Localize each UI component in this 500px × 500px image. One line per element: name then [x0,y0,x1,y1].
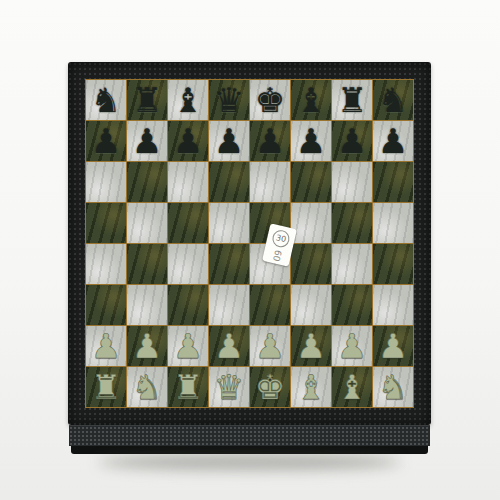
square-g7[interactable]: ♟ [332,121,372,161]
board-frame: ♞♜♝♛♚♝♜♞♟♟♟♟♟♟♟♟♟♟♟♟♟♟♟♟♜♞♜♛♚♝♝♞ [68,62,431,425]
square-d1[interactable]: ♛ [209,367,249,407]
square-b3[interactable] [127,285,167,325]
black-pawn-f7: ♟ [296,124,326,158]
square-c4[interactable] [168,244,208,284]
square-d2[interactable]: ♟ [209,326,249,366]
lot-sticker-side-number: 60 [271,249,283,262]
white-pawn-b2: ♟ [132,329,162,363]
square-b8[interactable]: ♜ [127,80,167,120]
square-h3[interactable] [373,285,413,325]
white-pawn-g2: ♟ [337,329,367,363]
square-f1[interactable]: ♝ [291,367,331,407]
black-rook-b8: ♜ [132,83,162,117]
square-d8[interactable]: ♛ [209,80,249,120]
white-pawn-a2: ♟ [91,329,121,363]
square-h5[interactable] [373,203,413,243]
white-queen-d1: ♛ [214,370,244,404]
square-c1[interactable]: ♜ [168,367,208,407]
square-c3[interactable] [168,285,208,325]
white-rook-a1: ♜ [91,370,121,404]
square-g5[interactable] [332,203,372,243]
square-d7[interactable]: ♟ [209,121,249,161]
square-h6[interactable] [373,162,413,202]
square-a8[interactable]: ♞ [86,80,126,120]
square-b5[interactable] [127,203,167,243]
square-f4[interactable] [291,244,331,284]
black-pawn-c7: ♟ [173,124,203,158]
board-plinth [69,425,430,446]
square-f3[interactable] [291,285,331,325]
square-f7[interactable]: ♟ [291,121,331,161]
white-knight-h1: ♞ [378,370,408,404]
black-knight-h8: ♞ [378,83,408,117]
black-pawn-a7: ♟ [91,124,121,158]
square-e8[interactable]: ♚ [250,80,290,120]
square-b4[interactable] [127,244,167,284]
square-f8[interactable]: ♝ [291,80,331,120]
white-rook-c1: ♜ [173,370,203,404]
square-g6[interactable] [332,162,372,202]
square-b6[interactable] [127,162,167,202]
black-queen-d8: ♛ [214,83,244,117]
square-a6[interactable] [86,162,126,202]
square-a5[interactable] [86,203,126,243]
black-pawn-d7: ♟ [214,124,244,158]
white-king-e1: ♚ [255,370,285,404]
square-c6[interactable] [168,162,208,202]
square-a2[interactable]: ♟ [86,326,126,366]
square-g1[interactable]: ♝ [332,367,372,407]
square-h1[interactable]: ♞ [373,367,413,407]
square-g3[interactable] [332,285,372,325]
black-pawn-h7: ♟ [378,124,408,158]
black-bishop-c8: ♝ [173,83,203,117]
square-f2[interactable]: ♟ [291,326,331,366]
square-a1[interactable]: ♜ [86,367,126,407]
square-b1[interactable]: ♞ [127,367,167,407]
white-pawn-c2: ♟ [173,329,203,363]
black-king-e8: ♚ [255,83,285,117]
square-b7[interactable]: ♟ [127,121,167,161]
board-shadow [98,454,401,470]
square-e2[interactable]: ♟ [250,326,290,366]
black-knight-a8: ♞ [91,83,121,117]
square-e6[interactable] [250,162,290,202]
square-g2[interactable]: ♟ [332,326,372,366]
square-g8[interactable]: ♜ [332,80,372,120]
board-grid: ♞♜♝♛♚♝♜♞♟♟♟♟♟♟♟♟♟♟♟♟♟♟♟♟♜♞♜♛♚♝♝♞ [85,79,414,408]
square-d3[interactable] [209,285,249,325]
white-pawn-e2: ♟ [255,329,285,363]
black-pawn-e7: ♟ [255,124,285,158]
square-e1[interactable]: ♚ [250,367,290,407]
chess-board: ♞♜♝♛♚♝♜♞♟♟♟♟♟♟♟♟♟♟♟♟♟♟♟♟♜♞♜♛♚♝♝♞ 30 60 [68,62,431,454]
square-g4[interactable] [332,244,372,284]
black-pawn-g7: ♟ [337,124,367,158]
square-e3[interactable] [250,285,290,325]
square-d4[interactable] [209,244,249,284]
square-a4[interactable] [86,244,126,284]
square-c5[interactable] [168,203,208,243]
square-h8[interactable]: ♞ [373,80,413,120]
white-bishop-g1: ♝ [337,370,367,404]
white-bishop-f1: ♝ [296,370,326,404]
black-rook-g8: ♜ [337,83,367,117]
white-pawn-f2: ♟ [296,329,326,363]
board-plinth-base [71,446,428,454]
square-c8[interactable]: ♝ [168,80,208,120]
black-bishop-f8: ♝ [296,83,326,117]
square-h7[interactable]: ♟ [373,121,413,161]
white-knight-b1: ♞ [132,370,162,404]
black-pawn-b7: ♟ [132,124,162,158]
square-c2[interactable]: ♟ [168,326,208,366]
photo-backdrop: { "game": "chess", "scene_type": "overhe… [0,0,500,500]
square-h4[interactable] [373,244,413,284]
square-a3[interactable] [86,285,126,325]
square-f6[interactable] [291,162,331,202]
square-f5[interactable] [291,203,331,243]
lot-sticker-circle-number: 30 [271,228,291,248]
white-pawn-h2: ♟ [378,329,408,363]
square-e7[interactable]: ♟ [250,121,290,161]
square-d6[interactable] [209,162,249,202]
square-a7[interactable]: ♟ [86,121,126,161]
square-h2[interactable]: ♟ [373,326,413,366]
square-c7[interactable]: ♟ [168,121,208,161]
square-d5[interactable] [209,203,249,243]
square-b2[interactable]: ♟ [127,326,167,366]
white-pawn-d2: ♟ [214,329,244,363]
